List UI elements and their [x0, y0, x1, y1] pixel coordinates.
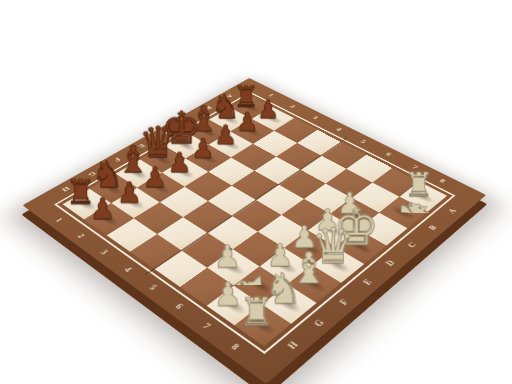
dark-pawn[interactable]: ♟ — [236, 110, 259, 135]
rank-label-bottom-1: 1 — [51, 214, 69, 225]
rank-label-top-3: 3 — [308, 113, 323, 121]
rank-label-bottom-7: 7 — [196, 319, 216, 334]
dark-pawn[interactable]: ♟ — [257, 97, 279, 122]
rank-label-bottom-8: 8 — [225, 339, 245, 355]
chess-board: 11AA22BB33CC44DD55EE66FF77GG88HH ♜♟♜♞♟♞♝… — [23, 78, 487, 384]
border-line: ♜♟♜♞♟♞♝♟♟♚♟♟♚♛♟♟♛♝♟♟♝♞♟♟♝♞♜♟♟♜ — [54, 92, 455, 354]
dark-pawn[interactable]: ♟ — [167, 150, 191, 177]
file-label-right-H: H — [283, 338, 303, 353]
rank-label-bottom-3: 3 — [95, 246, 113, 258]
rank-label-top-4: 4 — [331, 125, 346, 134]
file-label-right-G: G — [309, 316, 329, 331]
dark-pawn[interactable]: ♟ — [191, 136, 215, 163]
file-label-right-A: A — [443, 205, 460, 216]
file-label-right-D: D — [381, 257, 399, 270]
dark-pawn[interactable]: ♟ — [214, 122, 237, 148]
dark-pawn[interactable]: ♟ — [90, 195, 116, 224]
rank-label-top-2: 2 — [285, 102, 300, 110]
rank-label-bottom-4: 4 — [119, 263, 138, 276]
photo-background: 11AA22BB33CC44DD55EE66FF77GG88HH ♜♟♜♞♟♞♝… — [0, 0, 512, 384]
file-label-right-B: B — [424, 222, 442, 234]
dark-pawn[interactable]: ♟ — [143, 164, 168, 192]
rank-label-bottom-5: 5 — [143, 281, 162, 294]
rank-label-bottom-2: 2 — [72, 230, 90, 242]
file-label-right-E: E — [358, 276, 377, 289]
rank-label-top-5: 5 — [356, 137, 372, 146]
dark-pawn[interactable]: ♟ — [117, 179, 142, 207]
file-label-right-F: F — [334, 295, 353, 309]
light-rook[interactable]: ♜ — [239, 292, 274, 331]
scene: 11AA22BB33CC44DD55EE66FF77GG88HH ♜♟♜♞♟♞♝… — [0, 0, 512, 384]
rank-label-bottom-6: 6 — [169, 299, 188, 313]
rank-label-top-8: 8 — [434, 176, 450, 186]
file-label-right-C: C — [403, 239, 421, 251]
light-pawn[interactable]: ♟ — [213, 279, 242, 311]
board-frame: 11AA22BB33CC44DD55EE66FF77GG88HH ♜♟♜♞♟♞♝… — [23, 78, 487, 384]
rank-label-top-6: 6 — [381, 149, 397, 158]
